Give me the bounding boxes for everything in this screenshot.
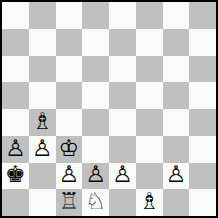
square-b6[interactable] bbox=[29, 56, 56, 83]
square-h4[interactable] bbox=[189, 109, 216, 136]
square-b8[interactable] bbox=[29, 2, 56, 29]
square-a6[interactable] bbox=[2, 56, 29, 83]
square-f1[interactable]: ♗ bbox=[136, 189, 163, 216]
square-e5[interactable] bbox=[109, 82, 136, 109]
square-b1[interactable] bbox=[29, 189, 56, 216]
square-f2[interactable] bbox=[136, 163, 163, 190]
square-h3[interactable] bbox=[189, 136, 216, 163]
square-f6[interactable] bbox=[136, 56, 163, 83]
square-h6[interactable] bbox=[189, 56, 216, 83]
square-b7[interactable] bbox=[29, 29, 56, 56]
square-d8[interactable] bbox=[82, 2, 109, 29]
white-pawn-icon: ♙ bbox=[59, 163, 80, 186]
square-f5[interactable] bbox=[136, 82, 163, 109]
square-h8[interactable] bbox=[189, 2, 216, 29]
square-d7[interactable] bbox=[82, 29, 109, 56]
square-c2[interactable]: ♙ bbox=[56, 163, 83, 190]
square-b4[interactable]: ♗ bbox=[29, 109, 56, 136]
square-f3[interactable] bbox=[136, 136, 163, 163]
square-e4[interactable] bbox=[109, 109, 136, 136]
square-g7[interactable] bbox=[163, 29, 190, 56]
square-d5[interactable] bbox=[82, 82, 109, 109]
square-e1[interactable] bbox=[109, 189, 136, 216]
square-g5[interactable] bbox=[163, 82, 190, 109]
white-knight-icon: ♘ bbox=[85, 190, 106, 213]
square-c3[interactable]: ♔ bbox=[56, 136, 83, 163]
square-g4[interactable] bbox=[163, 109, 190, 136]
square-d4[interactable] bbox=[82, 109, 109, 136]
square-d2[interactable]: ♙ bbox=[82, 163, 109, 190]
chess-board: ♗♙♙♔♚♙♙♙♙♖♘♗ bbox=[0, 0, 218, 218]
white-pawn-icon: ♙ bbox=[112, 163, 133, 186]
chess-diagram: ♗♙♙♔♚♙♙♙♙♖♘♗ bbox=[0, 0, 218, 218]
square-e7[interactable] bbox=[109, 29, 136, 56]
white-bishop-icon: ♗ bbox=[32, 110, 53, 133]
square-b5[interactable] bbox=[29, 82, 56, 109]
square-f4[interactable] bbox=[136, 109, 163, 136]
square-b3[interactable]: ♙ bbox=[29, 136, 56, 163]
square-g6[interactable] bbox=[163, 56, 190, 83]
square-e2[interactable]: ♙ bbox=[109, 163, 136, 190]
square-b2[interactable] bbox=[29, 163, 56, 190]
square-h1[interactable] bbox=[189, 189, 216, 216]
square-c8[interactable] bbox=[56, 2, 83, 29]
square-e3[interactable] bbox=[109, 136, 136, 163]
square-a5[interactable] bbox=[2, 82, 29, 109]
white-rook-icon: ♖ bbox=[59, 190, 80, 213]
white-pawn-icon: ♙ bbox=[166, 163, 187, 186]
square-h2[interactable] bbox=[189, 163, 216, 190]
square-c5[interactable] bbox=[56, 82, 83, 109]
square-c7[interactable] bbox=[56, 29, 83, 56]
square-a4[interactable] bbox=[2, 109, 29, 136]
square-c4[interactable] bbox=[56, 109, 83, 136]
square-h7[interactable] bbox=[189, 29, 216, 56]
square-a1[interactable] bbox=[2, 189, 29, 216]
square-a3[interactable]: ♙ bbox=[2, 136, 29, 163]
white-pawn-icon: ♙ bbox=[5, 137, 26, 160]
square-d6[interactable] bbox=[82, 56, 109, 83]
square-d3[interactable] bbox=[82, 136, 109, 163]
square-g3[interactable] bbox=[163, 136, 190, 163]
square-a8[interactable] bbox=[2, 2, 29, 29]
square-g1[interactable] bbox=[163, 189, 190, 216]
square-f8[interactable] bbox=[136, 2, 163, 29]
square-h5[interactable] bbox=[189, 82, 216, 109]
white-bishop-icon: ♗ bbox=[139, 190, 160, 213]
square-d1[interactable]: ♘ bbox=[82, 189, 109, 216]
white-pawn-icon: ♙ bbox=[32, 137, 53, 160]
square-e8[interactable] bbox=[109, 2, 136, 29]
square-a7[interactable] bbox=[2, 29, 29, 56]
square-e6[interactable] bbox=[109, 56, 136, 83]
black-king-icon: ♚ bbox=[5, 163, 26, 186]
square-c1[interactable]: ♖ bbox=[56, 189, 83, 216]
square-a2[interactable]: ♚ bbox=[2, 163, 29, 190]
white-pawn-icon: ♙ bbox=[85, 163, 106, 186]
square-g2[interactable]: ♙ bbox=[163, 163, 190, 190]
square-g8[interactable] bbox=[163, 2, 190, 29]
square-f7[interactable] bbox=[136, 29, 163, 56]
white-king-icon: ♔ bbox=[59, 137, 80, 160]
square-c6[interactable] bbox=[56, 56, 83, 83]
